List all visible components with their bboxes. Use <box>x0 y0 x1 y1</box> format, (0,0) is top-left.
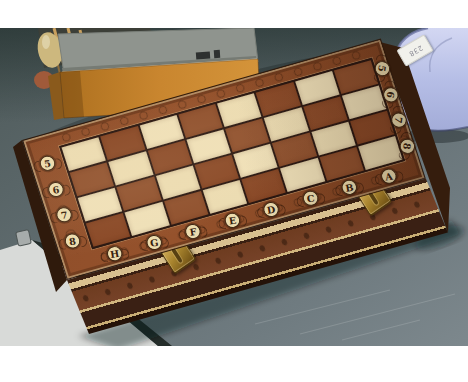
coord-rank-left-8: 8 <box>64 232 82 249</box>
lot-tag-number: 238 <box>407 43 424 57</box>
coord-file-h: H <box>106 245 124 262</box>
coord-rank-right-6: 6 <box>382 86 399 103</box>
coord-file-a: A <box>380 168 398 185</box>
coord-file-b: B <box>341 179 359 196</box>
coord-file-d: D <box>262 201 280 218</box>
coord-file-g: G <box>145 234 163 251</box>
coord-rank-right-7: 7 <box>390 112 407 129</box>
box-front-shade <box>60 71 84 118</box>
photo-area: 56785678HGFEDCBA 238 <box>0 28 468 346</box>
coord-file-c: C <box>302 190 320 207</box>
lid-notch <box>196 52 210 60</box>
coord-rank-right-5: 5 <box>374 60 391 77</box>
wooden-piece-highlight <box>42 35 50 49</box>
coord-rank-left-7: 7 <box>55 207 73 224</box>
coord-file-e: E <box>223 212 241 229</box>
auction-photo: 56785678HGFEDCBA 238 <box>0 0 468 382</box>
coord-rank-left-6: 6 <box>47 181 65 198</box>
coord-rank-left-5: 5 <box>39 155 57 172</box>
coord-file-f: F <box>184 223 202 240</box>
metal-clip <box>16 230 32 246</box>
lid-notch <box>214 50 221 58</box>
coord-rank-right-8: 8 <box>399 138 416 155</box>
